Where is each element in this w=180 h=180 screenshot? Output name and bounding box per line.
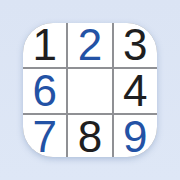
cell-r3c1: 7 bbox=[23, 115, 66, 157]
sudoku-board: 1 2 3 6 4 7 8 9 bbox=[23, 23, 157, 157]
sudoku-app-icon[interactable]: 1 2 3 6 4 7 8 9 bbox=[23, 23, 157, 157]
cell-r3c2: 8 bbox=[68, 115, 111, 157]
cell-r2c3: 4 bbox=[114, 69, 157, 113]
cell-r1c2: 2 bbox=[68, 23, 111, 67]
cell-r1c1: 1 bbox=[23, 23, 66, 67]
cell-r1c3: 3 bbox=[114, 23, 157, 67]
cell-r3c3: 9 bbox=[114, 115, 157, 157]
app-icon-background: 1 2 3 6 4 7 8 9 bbox=[0, 0, 180, 180]
cell-r2c1: 6 bbox=[23, 69, 66, 113]
cell-r2c2 bbox=[68, 69, 111, 113]
